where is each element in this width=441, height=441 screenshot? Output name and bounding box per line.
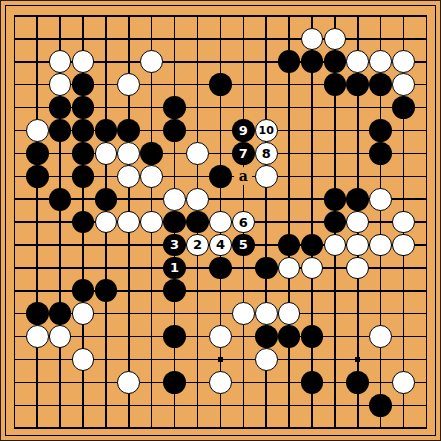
white-stone xyxy=(140,50,163,73)
black-stone xyxy=(255,325,278,348)
white-stone-move-4: 4 xyxy=(209,234,232,257)
white-stone xyxy=(117,73,140,96)
white-stone xyxy=(117,211,140,234)
black-stone xyxy=(163,325,186,348)
white-stone xyxy=(209,211,232,234)
black-stone xyxy=(72,119,95,142)
black-stone xyxy=(72,165,95,188)
black-stone xyxy=(392,96,415,119)
black-stone xyxy=(49,188,72,211)
grid-vertical-line xyxy=(288,15,290,429)
white-stone xyxy=(369,188,392,211)
white-stone-move-8: 8 xyxy=(255,142,278,165)
grid-vertical-line xyxy=(426,15,428,429)
white-stone xyxy=(324,234,347,257)
black-stone xyxy=(346,188,369,211)
black-stone xyxy=(209,165,232,188)
white-stone xyxy=(140,211,163,234)
white-stone xyxy=(95,211,118,234)
black-stone xyxy=(324,73,347,96)
black-stone xyxy=(346,73,369,96)
white-stone xyxy=(209,325,232,348)
white-stone xyxy=(392,211,415,234)
black-stone xyxy=(255,257,278,280)
white-stone xyxy=(301,257,324,280)
black-stone xyxy=(369,142,392,165)
black-stone xyxy=(49,302,72,325)
white-stone xyxy=(255,348,278,371)
black-stone xyxy=(72,142,95,165)
grid-horizontal-line xyxy=(14,405,428,407)
black-stone xyxy=(278,50,301,73)
black-stone xyxy=(278,325,301,348)
black-stone xyxy=(301,371,324,394)
white-stone xyxy=(255,302,278,325)
black-stone xyxy=(49,119,72,142)
white-stone xyxy=(117,165,140,188)
black-stone-move-9: 9 xyxy=(232,119,255,142)
black-stone xyxy=(324,50,347,73)
black-stone xyxy=(26,165,49,188)
white-stone xyxy=(95,142,118,165)
grid-vertical-line xyxy=(311,15,313,429)
black-stone xyxy=(95,119,118,142)
white-stone xyxy=(278,302,301,325)
white-stone xyxy=(346,234,369,257)
white-stone xyxy=(72,302,95,325)
black-stone xyxy=(163,211,186,234)
black-stone xyxy=(278,234,301,257)
black-stone xyxy=(95,279,118,302)
white-stone xyxy=(117,142,140,165)
black-stone xyxy=(301,234,324,257)
black-stone xyxy=(301,50,324,73)
black-stone xyxy=(117,119,140,142)
white-stone xyxy=(346,211,369,234)
black-stone xyxy=(209,73,232,96)
white-stone xyxy=(392,50,415,73)
black-stone-move-1: 1 xyxy=(163,257,186,280)
black-stone xyxy=(49,96,72,119)
white-stone xyxy=(346,257,369,280)
white-stone xyxy=(26,119,49,142)
white-stone xyxy=(369,50,392,73)
black-stone xyxy=(369,73,392,96)
black-stone-move-3: 3 xyxy=(163,234,186,257)
white-stone xyxy=(117,371,140,394)
white-stone xyxy=(26,325,49,348)
white-stone-move-6: 6 xyxy=(232,211,255,234)
black-stone xyxy=(209,257,232,280)
white-stone-move-10: 10 xyxy=(255,119,278,142)
black-stone xyxy=(95,188,118,211)
star-point xyxy=(218,357,223,362)
white-stone xyxy=(369,325,392,348)
white-stone xyxy=(49,325,72,348)
white-stone xyxy=(49,50,72,73)
white-stone xyxy=(392,371,415,394)
white-stone xyxy=(186,142,209,165)
white-stone xyxy=(232,302,255,325)
grid-horizontal-line xyxy=(14,427,428,429)
black-stone-move-7: 7 xyxy=(232,142,255,165)
go-board[interactable]: 91078632451a xyxy=(0,0,441,441)
white-stone-move-2: 2 xyxy=(186,234,209,257)
white-stone xyxy=(392,234,415,257)
black-stone xyxy=(163,119,186,142)
white-stone xyxy=(369,234,392,257)
black-stone xyxy=(163,96,186,119)
white-stone xyxy=(301,28,324,51)
star-point xyxy=(355,357,360,362)
black-stone xyxy=(72,73,95,96)
black-stone-move-5: 5 xyxy=(232,234,255,257)
white-stone xyxy=(255,165,278,188)
white-stone xyxy=(392,73,415,96)
black-stone xyxy=(140,142,163,165)
black-stone xyxy=(324,188,347,211)
white-stone xyxy=(163,188,186,211)
black-stone xyxy=(72,211,95,234)
black-stone xyxy=(369,394,392,417)
black-stone xyxy=(346,371,369,394)
black-stone xyxy=(369,119,392,142)
white-stone xyxy=(186,188,209,211)
black-stone xyxy=(301,325,324,348)
white-stone xyxy=(324,28,347,51)
black-stone xyxy=(186,211,209,234)
white-stone xyxy=(140,165,163,188)
black-stone xyxy=(163,279,186,302)
black-stone xyxy=(163,371,186,394)
black-stone xyxy=(72,96,95,119)
black-stone xyxy=(26,142,49,165)
white-stone xyxy=(49,73,72,96)
white-stone xyxy=(72,348,95,371)
black-stone xyxy=(72,279,95,302)
white-stone xyxy=(72,50,95,73)
black-stone xyxy=(324,211,347,234)
white-stone xyxy=(209,371,232,394)
point-label-a: a xyxy=(234,167,252,185)
white-stone xyxy=(278,257,301,280)
white-stone xyxy=(346,50,369,73)
black-stone xyxy=(26,302,49,325)
